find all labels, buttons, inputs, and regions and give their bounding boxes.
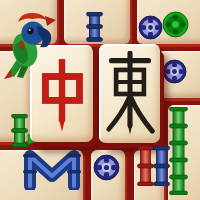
bamboo-stick-blue-icon	[153, 146, 170, 186]
bamboo-stick-red-icon	[137, 146, 154, 186]
dot-circle-blue-icon	[138, 15, 163, 40]
bamboo-stick-green-icon	[169, 107, 188, 195]
parrot-mascot: Green parrot with blue head and red cap	[1, 7, 59, 81]
east-wind-glyph: East Wind (Ton) tile	[105, 51, 155, 137]
bamboo-m-blue-icon	[22, 146, 82, 190]
dot-circle-green-icon	[162, 11, 189, 38]
mahjong-app-icon: Red Dragon (Chun) tile East Wind (Ton) t…	[0, 0, 200, 200]
tile-east-wind[interactable]: East Wind (Ton) tile	[99, 44, 160, 143]
dot-circle-blue-icon	[93, 154, 120, 181]
bamboo-stick-blue-icon	[86, 12, 103, 42]
dot-circle-blue-icon	[162, 59, 187, 84]
